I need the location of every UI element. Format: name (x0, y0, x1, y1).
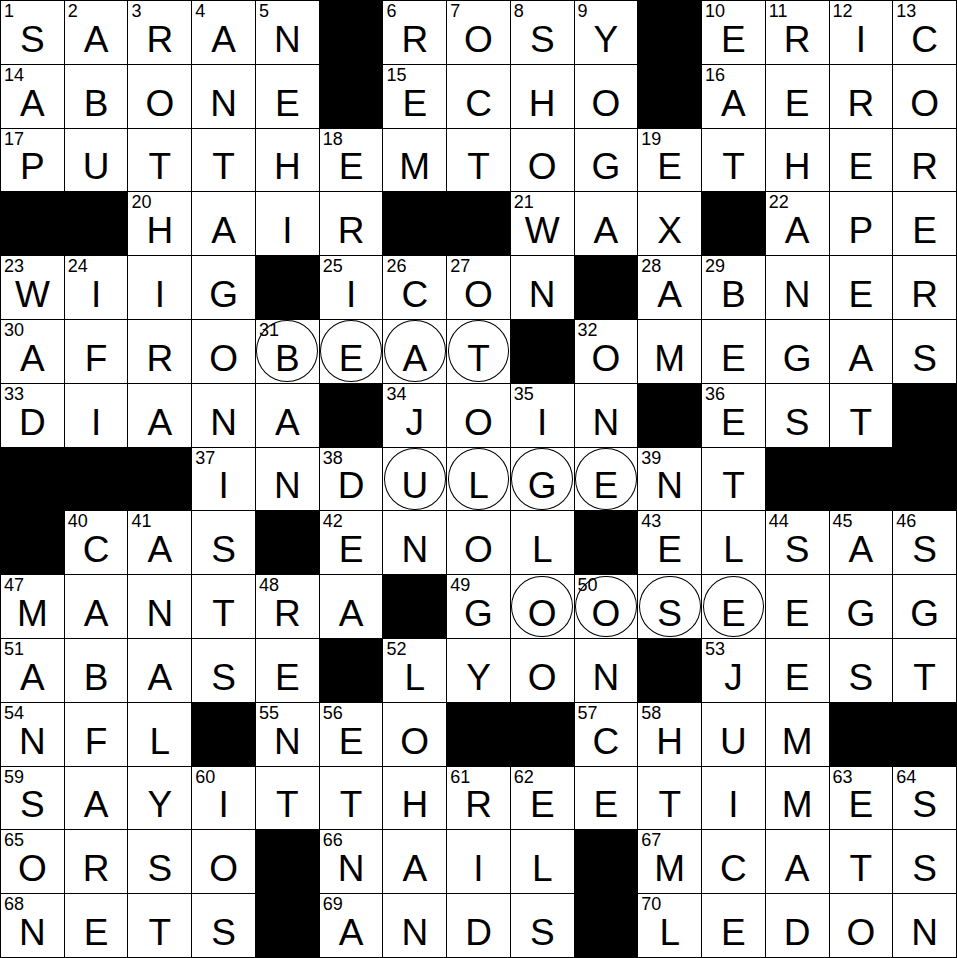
cell-r7c1[interactable]: 33D (1, 384, 64, 447)
cell-letter: H (383, 786, 446, 823)
cell-letter: N (256, 21, 319, 58)
cell-r8c8[interactable]: L (447, 448, 510, 511)
cell-letter: S (128, 850, 191, 887)
cell-r5c3[interactable]: I (128, 256, 191, 319)
cell-r11c4[interactable]: S (192, 639, 255, 702)
black-square-r12c4 (192, 703, 255, 766)
cell-r13c14[interactable]: 63E (830, 767, 893, 830)
cell-letter: G (575, 148, 638, 185)
cell-r6c12[interactable]: E (702, 320, 765, 383)
cell-r11c12[interactable]: 53J (702, 639, 765, 702)
cell-r7c8[interactable]: O (447, 384, 510, 447)
cell-letter: N (575, 404, 638, 441)
cell-r1c10[interactable]: 9Y (575, 1, 638, 64)
cell-r5c11[interactable]: 28A (638, 256, 701, 319)
cell-r1c9[interactable]: 8S (511, 1, 574, 64)
cell-r9c9[interactable]: L (511, 511, 574, 574)
cell-r10c5[interactable]: 48R (256, 575, 319, 638)
cell-r13c12[interactable]: I (702, 767, 765, 830)
cell-letter: E (320, 148, 383, 185)
cell-letter: E (830, 148, 893, 185)
cell-r10c10[interactable]: 50O (575, 575, 638, 638)
clue-number: 52 (386, 639, 406, 660)
cell-r3c6[interactable]: 18E (320, 129, 383, 192)
cell-r13c13[interactable]: M (766, 767, 829, 830)
cell-r10c13[interactable]: E (766, 575, 829, 638)
cell-r3c7[interactable]: M (383, 129, 446, 192)
cell-r11c13[interactable]: E (766, 639, 829, 702)
cell-r11c14[interactable]: S (830, 639, 893, 702)
cell-letter: U (702, 723, 765, 760)
cell-letter: L (128, 723, 191, 760)
cell-r2c12[interactable]: 16A (702, 65, 765, 128)
cell-letter: E (766, 85, 829, 122)
cell-r9c13[interactable]: 44S (766, 511, 829, 574)
cell-r5c6[interactable]: 25I (320, 256, 383, 319)
cell-r7c14[interactable]: T (830, 384, 893, 447)
cell-letter: A (702, 85, 765, 122)
cell-r11c5[interactable]: E (256, 639, 319, 702)
cell-letter: G (830, 595, 893, 632)
cell-r13c9[interactable]: 62E (511, 767, 574, 830)
cell-r8c10[interactable]: E (575, 448, 638, 511)
cell-r3c10[interactable]: G (575, 129, 638, 192)
cell-r4c4[interactable]: A (192, 192, 255, 255)
cell-r15c11[interactable]: 70L (638, 894, 701, 957)
cell-letter: E (702, 404, 765, 441)
cell-r12c11[interactable]: 58H (638, 703, 701, 766)
cell-letter: A (766, 212, 829, 249)
cell-letter: A (128, 404, 191, 441)
cell-r14c15[interactable]: S (893, 830, 956, 893)
black-square-r10c7 (383, 575, 446, 638)
cell-r6c10[interactable]: 32O (575, 320, 638, 383)
cell-r2c10[interactable]: O (575, 65, 638, 128)
cell-r13c4[interactable]: 60I (192, 767, 255, 830)
cell-letter: N (256, 723, 319, 760)
cell-r7c3[interactable]: A (128, 384, 191, 447)
cell-letter: T (638, 786, 701, 823)
cell-r9c2[interactable]: 40C (65, 511, 128, 574)
cell-r14c13[interactable]: A (766, 830, 829, 893)
cell-letter: W (511, 212, 574, 249)
cell-r5c8[interactable]: 27O (447, 256, 510, 319)
cell-r7c12[interactable]: 36E (702, 384, 765, 447)
cell-r12c3[interactable]: L (128, 703, 191, 766)
cell-letter: I (65, 404, 128, 441)
cell-r14c6[interactable]: 66N (320, 830, 383, 893)
cell-letter: O (447, 276, 510, 313)
cell-r6c6[interactable]: E (320, 320, 383, 383)
cell-r6c13[interactable]: G (766, 320, 829, 383)
cell-r11c1[interactable]: 51A (1, 639, 64, 702)
cell-r10c8[interactable]: 49G (447, 575, 510, 638)
cell-r8c11[interactable]: 39N (638, 448, 701, 511)
cell-letter: F (65, 723, 128, 760)
cell-r15c13[interactable]: D (766, 894, 829, 957)
cell-letter: E (511, 786, 574, 823)
cell-r7c4[interactable]: N (192, 384, 255, 447)
cell-letter: L (511, 531, 574, 568)
cell-r14c4[interactable]: O (192, 830, 255, 893)
cell-r6c14[interactable]: A (830, 320, 893, 383)
cell-letter: I (830, 21, 893, 58)
cell-letter: O (192, 340, 255, 377)
cell-r4c5[interactable]: I (256, 192, 319, 255)
cell-letter: S (830, 659, 893, 696)
cell-r3c8[interactable]: T (447, 129, 510, 192)
cell-letter: S (192, 914, 255, 951)
cell-r9c7[interactable]: N (383, 511, 446, 574)
cell-letter: R (766, 21, 829, 58)
cell-letter: A (575, 212, 638, 249)
cell-r3c13[interactable]: H (766, 129, 829, 192)
cell-letter: Y (575, 21, 638, 58)
cell-letter: T (447, 148, 510, 185)
cell-letter: A (192, 212, 255, 249)
cell-r1c5[interactable]: 5N (256, 1, 319, 64)
cell-r14c14[interactable]: T (830, 830, 893, 893)
cell-r10c1[interactable]: 47M (1, 575, 64, 638)
cell-r8c5[interactable]: N (256, 448, 319, 511)
cell-r7c2[interactable]: I (65, 384, 128, 447)
cell-r13c6[interactable]: T (320, 767, 383, 830)
cell-r8c7[interactable]: U (383, 448, 446, 511)
cell-r9c4[interactable]: S (192, 511, 255, 574)
cell-r10c4[interactable]: T (192, 575, 255, 638)
cell-r10c9[interactable]: O (511, 575, 574, 638)
cell-r6c5[interactable]: 31B (256, 320, 319, 383)
cell-letter: N (1, 723, 64, 760)
cell-r14c12[interactable]: C (702, 830, 765, 893)
cell-r2c1[interactable]: 14A (1, 65, 64, 128)
cell-r5c1[interactable]: 23W (1, 256, 64, 319)
cell-r9c14[interactable]: 45A (830, 511, 893, 574)
cell-r14c2[interactable]: R (65, 830, 128, 893)
cell-letter: E (638, 531, 701, 568)
cell-r3c15[interactable]: R (893, 129, 956, 192)
cell-r4c11[interactable]: X (638, 192, 701, 255)
cell-r14c7[interactable]: A (383, 830, 446, 893)
clue-number: 2 (68, 1, 78, 22)
cell-r6c15[interactable]: S (893, 320, 956, 383)
cell-r2c14[interactable]: R (830, 65, 893, 128)
cell-r15c14[interactable]: O (830, 894, 893, 957)
cell-r8c9[interactable]: G (511, 448, 574, 511)
cell-letter: A (65, 595, 128, 632)
cell-r11c3[interactable]: A (128, 639, 191, 702)
cell-r12c12[interactable]: U (702, 703, 765, 766)
cell-r1c15[interactable]: 13C (893, 1, 956, 64)
cell-letter: I (65, 276, 128, 313)
cell-r9c12[interactable]: L (702, 511, 765, 574)
cell-letter: U (383, 467, 446, 504)
cell-letter: J (702, 659, 765, 696)
cell-r15c15[interactable]: N (893, 894, 956, 957)
cell-r6c4[interactable]: O (192, 320, 255, 383)
cell-r5c7[interactable]: 26C (383, 256, 446, 319)
cell-r5c14[interactable]: E (830, 256, 893, 319)
cell-r13c7[interactable]: H (383, 767, 446, 830)
cell-r9c11[interactable]: 43E (638, 511, 701, 574)
cell-letter: M (766, 723, 829, 760)
cell-letter: S (192, 531, 255, 568)
cell-r14c11[interactable]: 67M (638, 830, 701, 893)
cell-r7c9[interactable]: 35I (511, 384, 574, 447)
clue-number: 9 (578, 1, 588, 22)
cell-r3c3[interactable]: T (128, 129, 191, 192)
cell-r7c13[interactable]: S (766, 384, 829, 447)
clue-number: 12 (833, 1, 853, 22)
cell-letter: E (256, 85, 319, 122)
cell-letter: T (192, 148, 255, 185)
cell-letter: I (511, 404, 574, 441)
cell-r10c15[interactable]: G (893, 575, 956, 638)
cell-r3c4[interactable]: T (192, 129, 255, 192)
cell-r9c3[interactable]: 41A (128, 511, 191, 574)
cell-r9c6[interactable]: 42E (320, 511, 383, 574)
cell-letter: T (702, 148, 765, 185)
cell-r13c2[interactable]: A (65, 767, 128, 830)
cell-r13c3[interactable]: Y (128, 767, 191, 830)
cell-letter: S (893, 786, 956, 823)
cell-r10c6[interactable]: A (320, 575, 383, 638)
cell-r13c1[interactable]: 59S (1, 767, 64, 830)
cell-r3c5[interactable]: H (256, 129, 319, 192)
cell-letter: G (766, 340, 829, 377)
black-square-r5c5 (256, 256, 319, 319)
cell-r10c14[interactable]: G (830, 575, 893, 638)
cell-r10c2[interactable]: A (65, 575, 128, 638)
cell-r15c2[interactable]: E (65, 894, 128, 957)
cell-r5c12[interactable]: 29B (702, 256, 765, 319)
cell-r8c12[interactable]: T (702, 448, 765, 511)
cell-r15c7[interactable]: N (383, 894, 446, 957)
cell-letter: D (447, 914, 510, 951)
cell-letter: G (893, 595, 956, 632)
cell-letter: H (128, 212, 191, 249)
cell-r11c2[interactable]: B (65, 639, 128, 702)
cell-letter: A (256, 404, 319, 441)
cell-r15c1[interactable]: 68N (1, 894, 64, 957)
cell-r2c7[interactable]: 15E (383, 65, 446, 128)
cell-r1c14[interactable]: 12I (830, 1, 893, 64)
cell-r2c5[interactable]: E (256, 65, 319, 128)
cell-r2c13[interactable]: E (766, 65, 829, 128)
cell-r14c8[interactable]: I (447, 830, 510, 893)
cell-r9c8[interactable]: O (447, 511, 510, 574)
cell-letter: O (192, 850, 255, 887)
cell-r12c2[interactable]: F (65, 703, 128, 766)
cell-r1c8[interactable]: 7O (447, 1, 510, 64)
cell-r2c9[interactable]: H (511, 65, 574, 128)
black-square-r8c2 (65, 448, 128, 511)
cell-letter: A (128, 659, 191, 696)
cell-r1c13[interactable]: 11R (766, 1, 829, 64)
cell-r11c7[interactable]: 52L (383, 639, 446, 702)
cell-r4c3[interactable]: 20H (128, 192, 191, 255)
cell-r15c3[interactable]: T (128, 894, 191, 957)
cell-r12c10[interactable]: 57C (575, 703, 638, 766)
cell-letter: E (830, 276, 893, 313)
cell-r9c15[interactable]: 46S (893, 511, 956, 574)
cell-letter: R (893, 148, 956, 185)
cell-letter: E (383, 85, 446, 122)
cell-r13c11[interactable]: T (638, 767, 701, 830)
cell-letter: C (447, 85, 510, 122)
cell-r13c8[interactable]: 61R (447, 767, 510, 830)
cell-r15c12[interactable]: E (702, 894, 765, 957)
crossword-board: 1S2A3R4A5N6R7O8S9Y10E11R12I13C14ABONE15E… (0, 0, 957, 958)
cell-letter: A (320, 595, 383, 632)
cell-letter: S (893, 531, 956, 568)
cell-r1c4[interactable]: 4A (192, 1, 255, 64)
cell-r4c14[interactable]: P (830, 192, 893, 255)
cell-r12c1[interactable]: 54N (1, 703, 64, 766)
cell-r7c5[interactable]: A (256, 384, 319, 447)
cell-r6c8[interactable]: T (447, 320, 510, 383)
cell-r1c12[interactable]: 10E (702, 1, 765, 64)
clue-number: 1 (4, 1, 14, 22)
cell-r3c2[interactable]: U (65, 129, 128, 192)
cell-letter: R (128, 340, 191, 377)
cell-r6c7[interactable]: A (383, 320, 446, 383)
cell-r12c5[interactable]: 55N (256, 703, 319, 766)
cell-letter: T (893, 659, 956, 696)
cell-r15c6[interactable]: 69A (320, 894, 383, 957)
cell-r1c7[interactable]: 6R (383, 1, 446, 64)
cell-r5c4[interactable]: G (192, 256, 255, 319)
cell-r6c1[interactable]: 30A (1, 320, 64, 383)
clue-number: 53 (705, 639, 725, 660)
cell-letter: Y (128, 786, 191, 823)
cell-letter: T (128, 148, 191, 185)
cell-letter: N (128, 595, 191, 632)
cell-r11c9[interactable]: O (511, 639, 574, 702)
cell-r3c11[interactable]: 19E (638, 129, 701, 192)
cell-letter: N (383, 531, 446, 568)
cell-r3c14[interactable]: E (830, 129, 893, 192)
cell-r1c1[interactable]: 1S (1, 1, 64, 64)
cell-r14c1[interactable]: 65O (1, 830, 64, 893)
cell-r13c15[interactable]: 64S (893, 767, 956, 830)
cell-r4c6[interactable]: R (320, 192, 383, 255)
cell-r14c3[interactable]: S (128, 830, 191, 893)
cell-letter: R (128, 21, 191, 58)
cell-r3c9[interactable]: O (511, 129, 574, 192)
cell-r2c4[interactable]: N (192, 65, 255, 128)
cell-r14c9[interactable]: L (511, 830, 574, 893)
cell-r4c15[interactable]: E (893, 192, 956, 255)
cell-r3c12[interactable]: T (702, 129, 765, 192)
cell-r3c1[interactable]: 17P (1, 129, 64, 192)
cell-letter: C (65, 531, 128, 568)
cell-r4c13[interactable]: 22A (766, 192, 829, 255)
cell-letter: O (1, 850, 64, 887)
cell-r8c4[interactable]: 37I (192, 448, 255, 511)
cell-r2c15[interactable]: O (893, 65, 956, 128)
cell-r6c11[interactable]: M (638, 320, 701, 383)
cell-letter: H (766, 148, 829, 185)
cell-r15c8[interactable]: D (447, 894, 510, 957)
cell-r8c6[interactable]: 38D (320, 448, 383, 511)
black-square-r12c14 (830, 703, 893, 766)
cell-r7c10[interactable]: N (575, 384, 638, 447)
cell-r15c4[interactable]: S (192, 894, 255, 957)
clue-number: 4 (195, 1, 205, 22)
cell-r10c11[interactable]: S (638, 575, 701, 638)
cell-r5c15[interactable]: R (893, 256, 956, 319)
cell-r15c9[interactable]: S (511, 894, 574, 957)
cell-letter: A (65, 786, 128, 823)
black-square-r7c11 (638, 384, 701, 447)
black-square-r6c9 (511, 320, 574, 383)
cell-letter: N (192, 85, 255, 122)
cell-letter: R (256, 595, 319, 632)
cell-r7c7[interactable]: 34J (383, 384, 446, 447)
cell-r10c3[interactable]: N (128, 575, 191, 638)
cell-r1c2[interactable]: 2A (65, 1, 128, 64)
cell-r5c2[interactable]: 24I (65, 256, 128, 319)
cell-r11c10[interactable]: N (575, 639, 638, 702)
cell-r10c12[interactable]: E (702, 575, 765, 638)
black-square-r4c1 (1, 192, 64, 255)
cell-letter: B (65, 659, 128, 696)
cell-letter: M (638, 340, 701, 377)
black-square-r9c5 (256, 511, 319, 574)
black-square-r2c6 (320, 65, 383, 128)
cell-letter: A (638, 276, 701, 313)
cell-r1c3[interactable]: 3R (128, 1, 191, 64)
black-square-r4c8 (447, 192, 510, 255)
cell-r2c2[interactable]: B (65, 65, 128, 128)
cell-r5c13[interactable]: N (766, 256, 829, 319)
cell-letter: B (256, 340, 319, 377)
cell-letter: N (638, 467, 701, 504)
cell-letter: S (511, 21, 574, 58)
clue-number: 60 (195, 767, 215, 788)
clue-number: 34 (386, 384, 406, 405)
cell-r13c10[interactable]: E (575, 767, 638, 830)
cell-r12c7[interactable]: O (383, 703, 446, 766)
black-square-r15c10 (575, 894, 638, 957)
cell-letter: O (447, 21, 510, 58)
cell-r6c2[interactable]: F (65, 320, 128, 383)
cell-r6c3[interactable]: R (128, 320, 191, 383)
cell-r2c3[interactable]: O (128, 65, 191, 128)
cell-r2c8[interactable]: C (447, 65, 510, 128)
black-square-r15c5 (256, 894, 319, 957)
cell-r12c6[interactable]: 56E (320, 703, 383, 766)
cell-letter: A (192, 21, 255, 58)
cell-letter: T (830, 850, 893, 887)
cell-r5c9[interactable]: N (511, 256, 574, 319)
cell-letter: T (830, 404, 893, 441)
cell-r12c13[interactable]: M (766, 703, 829, 766)
cell-letter: A (383, 340, 446, 377)
cell-letter: H (256, 148, 319, 185)
cell-r11c8[interactable]: Y (447, 639, 510, 702)
cell-letter: N (320, 850, 383, 887)
black-square-r4c2 (65, 192, 128, 255)
cell-r13c5[interactable]: T (256, 767, 319, 830)
cell-letter: M (1, 595, 64, 632)
cell-r11c15[interactable]: T (893, 639, 956, 702)
clue-number: 8 (514, 1, 524, 22)
cell-letter: S (766, 404, 829, 441)
cell-r4c10[interactable]: A (575, 192, 638, 255)
cell-r4c9[interactable]: 21W (511, 192, 574, 255)
